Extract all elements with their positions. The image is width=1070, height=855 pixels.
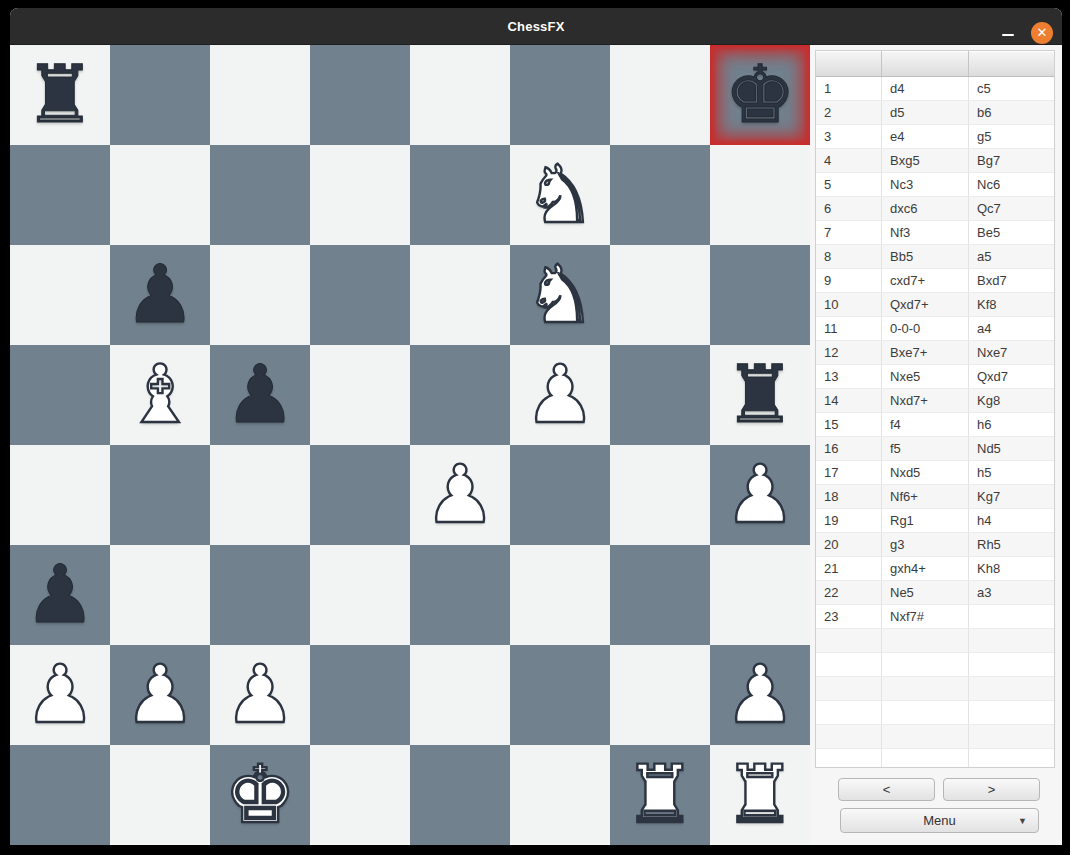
black-move[interactable]: Nc6 <box>969 173 1054 197</box>
move-row-8[interactable]: 8Bb5a5 <box>816 245 1054 269</box>
square-b8[interactable] <box>110 45 210 145</box>
move-number[interactable]: 19 <box>816 509 882 533</box>
square-d3[interactable] <box>310 545 410 645</box>
square-d4[interactable] <box>310 445 410 545</box>
square-c6[interactable] <box>210 245 310 345</box>
square-f6[interactable]: ♞ <box>510 245 610 345</box>
move-list-header <box>816 51 1054 77</box>
move-number <box>816 749 882 768</box>
square-h6[interactable] <box>710 245 810 345</box>
square-f4[interactable] <box>510 445 610 545</box>
move-list-body: 1d4c52d5b63e4g54Bxg5Bg75Nc3Nc66dxc6Qc77N… <box>816 77 1054 768</box>
square-c5[interactable]: ♟ <box>210 345 310 445</box>
move-number[interactable]: 23 <box>816 605 882 629</box>
black-move <box>969 629 1054 653</box>
move-row-empty-1 <box>816 629 1054 653</box>
next-move-button[interactable]: > <box>943 778 1040 801</box>
white-move[interactable]: d5 <box>882 101 969 125</box>
square-e7[interactable] <box>410 145 510 245</box>
header-move-number <box>816 51 882 76</box>
white-move[interactable]: Nxf7# <box>882 605 969 629</box>
black-move[interactable]: b6 <box>969 101 1054 125</box>
black-move <box>969 653 1054 677</box>
white-move[interactable]: Nxd5 <box>882 461 969 485</box>
move-row-empty-2 <box>816 653 1054 677</box>
move-number <box>816 725 882 749</box>
piece-black-a3[interactable]: ♟ <box>24 545 96 645</box>
piece-white-e4[interactable]: ♟ <box>424 445 496 545</box>
move-number[interactable]: 22 <box>816 581 882 605</box>
move-row-11[interactable]: 110-0-0a4 <box>816 317 1054 341</box>
move-row-4[interactable]: 4Bxg5Bg7 <box>816 149 1054 173</box>
move-number[interactable]: 17 <box>816 461 882 485</box>
white-move[interactable]: gxh4+ <box>882 557 969 581</box>
move-row-16[interactable]: 16f5Nd5 <box>816 437 1054 461</box>
close-icon: ✕ <box>1037 25 1048 40</box>
black-move[interactable]: c5 <box>969 77 1054 101</box>
white-move[interactable]: Bb5 <box>882 245 969 269</box>
white-move[interactable]: cxd7+ <box>882 269 969 293</box>
square-b4[interactable] <box>110 445 210 545</box>
move-row-17[interactable]: 17Nxd5h5 <box>816 461 1054 485</box>
move-row-20[interactable]: 20g3Rh5 <box>816 533 1054 557</box>
move-number[interactable]: 4 <box>816 149 882 173</box>
black-move[interactable]: Qxd7 <box>969 365 1054 389</box>
move-row-2[interactable]: 2d5b6 <box>816 101 1054 125</box>
square-a4[interactable] <box>10 445 110 545</box>
square-e2[interactable] <box>410 645 510 745</box>
header-black-move <box>969 51 1054 76</box>
close-button[interactable]: ✕ <box>1031 22 1053 44</box>
app-window: ChessFX ✕ ♜♚♞♟♞♝♟♟♜♟♟♟♟♟♟♟♚♜♜ 1d4c52d5b6… <box>10 8 1062 845</box>
white-move[interactable]: 0-0-0 <box>882 317 969 341</box>
square-h3[interactable] <box>710 545 810 645</box>
black-move[interactable]: Qc7 <box>969 197 1054 221</box>
square-a3[interactable]: ♟ <box>10 545 110 645</box>
piece-white-h1[interactable]: ♜ <box>724 745 796 845</box>
square-h1[interactable]: ♜ <box>710 745 810 845</box>
move-row-3[interactable]: 3e4g5 <box>816 125 1054 149</box>
square-g2[interactable] <box>610 645 710 745</box>
move-number[interactable]: 1 <box>816 77 882 101</box>
white-move[interactable]: f5 <box>882 437 969 461</box>
piece-white-b5[interactable]: ♝ <box>124 345 196 445</box>
white-move <box>882 701 969 725</box>
move-number[interactable]: 8 <box>816 245 882 269</box>
square-b6[interactable]: ♟ <box>110 245 210 345</box>
move-number[interactable]: 10 <box>816 293 882 317</box>
black-move[interactable]: Kh8 <box>969 557 1054 581</box>
black-move[interactable]: Bxd7 <box>969 269 1054 293</box>
white-move[interactable]: g3 <box>882 533 969 557</box>
square-f5[interactable]: ♟ <box>510 345 610 445</box>
white-move[interactable]: Nc3 <box>882 173 969 197</box>
chess-board: ♜♚♞♟♞♝♟♟♜♟♟♟♟♟♟♟♚♜♜ <box>10 45 810 845</box>
square-f8[interactable] <box>510 45 610 145</box>
square-e5[interactable] <box>410 345 510 445</box>
piece-white-h4[interactable]: ♟ <box>724 445 796 545</box>
window-title: ChessFX <box>10 8 1062 45</box>
title-bar[interactable]: ChessFX ✕ <box>10 8 1062 45</box>
white-move <box>882 749 969 768</box>
square-e3[interactable] <box>410 545 510 645</box>
black-move[interactable] <box>969 605 1054 629</box>
square-a1[interactable] <box>10 745 110 845</box>
black-move[interactable]: Nd5 <box>969 437 1054 461</box>
black-move[interactable]: Kg8 <box>969 389 1054 413</box>
piece-black-a8[interactable]: ♜ <box>24 45 96 145</box>
square-g3[interactable] <box>610 545 710 645</box>
square-b7[interactable] <box>110 145 210 245</box>
black-move[interactable]: h6 <box>969 413 1054 437</box>
move-number[interactable]: 12 <box>816 341 882 365</box>
white-move[interactable]: Ne5 <box>882 581 969 605</box>
square-g1[interactable]: ♜ <box>610 745 710 845</box>
square-e4[interactable]: ♟ <box>410 445 510 545</box>
square-b3[interactable] <box>110 545 210 645</box>
menu-button-label: Menu <box>923 813 956 828</box>
square-c8[interactable] <box>210 45 310 145</box>
white-move[interactable]: Bxg5 <box>882 149 969 173</box>
menu-button[interactable]: Menu ▼ <box>840 808 1039 833</box>
square-f3[interactable] <box>510 545 610 645</box>
previous-move-button[interactable]: < <box>838 778 935 801</box>
white-move[interactable]: Nf6+ <box>882 485 969 509</box>
move-number[interactable]: 21 <box>816 557 882 581</box>
black-move[interactable]: Kg7 <box>969 485 1054 509</box>
square-a7[interactable] <box>10 145 110 245</box>
move-number[interactable]: 11 <box>816 317 882 341</box>
square-c3[interactable] <box>210 545 310 645</box>
white-move[interactable]: Bxe7+ <box>882 341 969 365</box>
piece-black-h5[interactable]: ♜ <box>724 345 796 445</box>
square-h4[interactable]: ♟ <box>710 445 810 545</box>
white-move[interactable]: d4 <box>882 77 969 101</box>
move-number <box>816 677 882 701</box>
move-row-22[interactable]: 22Ne5a3 <box>816 581 1054 605</box>
square-h8[interactable]: ♚ <box>710 45 810 145</box>
square-d1[interactable] <box>310 745 410 845</box>
move-row-5[interactable]: 5Nc3Nc6 <box>816 173 1054 197</box>
black-move[interactable]: Bg7 <box>969 149 1054 173</box>
black-move[interactable]: Kf8 <box>969 293 1054 317</box>
move-number[interactable]: 15 <box>816 413 882 437</box>
white-move <box>882 629 969 653</box>
move-number[interactable]: 6 <box>816 197 882 221</box>
piece-white-f5[interactable]: ♟ <box>524 345 596 445</box>
move-number <box>816 701 882 725</box>
black-move <box>969 749 1054 768</box>
square-a5[interactable] <box>10 345 110 445</box>
black-move[interactable]: Rh5 <box>969 533 1054 557</box>
square-d6[interactable] <box>310 245 410 345</box>
move-list-table[interactable]: 1d4c52d5b63e4g54Bxg5Bg75Nc3Nc66dxc6Qc77N… <box>815 50 1055 768</box>
white-move[interactable]: Nxe5 <box>882 365 969 389</box>
move-row-10[interactable]: 10Qxd7+Kf8 <box>816 293 1054 317</box>
move-number[interactable]: 3 <box>816 125 882 149</box>
move-row-empty-5 <box>816 725 1054 749</box>
square-c4[interactable] <box>210 445 310 545</box>
header-white-move <box>882 51 969 76</box>
move-number[interactable]: 20 <box>816 533 882 557</box>
move-number <box>816 629 882 653</box>
black-move[interactable]: h5 <box>969 461 1054 485</box>
move-row-1[interactable]: 1d4c5 <box>816 77 1054 101</box>
piece-white-a2[interactable]: ♟ <box>24 645 96 745</box>
white-move <box>882 677 969 701</box>
move-number[interactable]: 2 <box>816 101 882 125</box>
piece-white-f7[interactable]: ♞ <box>524 145 596 245</box>
square-d2[interactable] <box>310 645 410 745</box>
square-d8[interactable] <box>310 45 410 145</box>
square-g7[interactable] <box>610 145 710 245</box>
square-d7[interactable] <box>310 145 410 245</box>
move-row-6[interactable]: 6dxc6Qc7 <box>816 197 1054 221</box>
white-move[interactable]: Nf3 <box>882 221 969 245</box>
white-move[interactable]: Rg1 <box>882 509 969 533</box>
black-move[interactable]: a5 <box>969 245 1054 269</box>
square-g5[interactable] <box>610 345 710 445</box>
move-row-7[interactable]: 7Nf3Be5 <box>816 221 1054 245</box>
white-move[interactable]: Qxd7+ <box>882 293 969 317</box>
move-row-21[interactable]: 21gxh4+Kh8 <box>816 557 1054 581</box>
black-move[interactable]: a3 <box>969 581 1054 605</box>
square-e1[interactable] <box>410 745 510 845</box>
square-a2[interactable]: ♟ <box>10 645 110 745</box>
square-h7[interactable] <box>710 145 810 245</box>
square-f1[interactable] <box>510 745 610 845</box>
square-h2[interactable]: ♟ <box>710 645 810 745</box>
move-number[interactable]: 18 <box>816 485 882 509</box>
move-number[interactable]: 13 <box>816 365 882 389</box>
move-row-19[interactable]: 19Rg1h4 <box>816 509 1054 533</box>
chevron-down-icon: ▼ <box>1018 809 1027 834</box>
square-f7[interactable]: ♞ <box>510 145 610 245</box>
black-move[interactable]: Be5 <box>969 221 1054 245</box>
black-move[interactable]: a4 <box>969 317 1054 341</box>
square-c7[interactable] <box>210 145 310 245</box>
piece-black-c5[interactable]: ♟ <box>224 345 296 445</box>
piece-white-b2[interactable]: ♟ <box>124 645 196 745</box>
move-row-empty-6 <box>816 749 1054 768</box>
side-panel: 1d4c52d5b63e4g54Bxg5Bg75Nc3Nc66dxc6Qc77N… <box>810 45 1062 845</box>
white-move[interactable]: Nxd7+ <box>882 389 969 413</box>
white-move[interactable]: f4 <box>882 413 969 437</box>
square-b2[interactable]: ♟ <box>110 645 210 745</box>
black-move <box>969 701 1054 725</box>
move-row-15[interactable]: 15f4h6 <box>816 413 1054 437</box>
move-number[interactable]: 14 <box>816 389 882 413</box>
square-f2[interactable] <box>510 645 610 745</box>
square-a6[interactable] <box>10 245 110 345</box>
move-row-12[interactable]: 12Bxe7+Nxe7 <box>816 341 1054 365</box>
move-number[interactable]: 9 <box>816 269 882 293</box>
minimize-button[interactable] <box>1002 26 1014 36</box>
piece-white-g1[interactable]: ♜ <box>624 745 696 845</box>
square-b5[interactable]: ♝ <box>110 345 210 445</box>
white-move <box>882 653 969 677</box>
piece-black-h8[interactable]: ♚ <box>724 45 796 145</box>
white-move[interactable]: dxc6 <box>882 197 969 221</box>
square-e8[interactable] <box>410 45 510 145</box>
move-row-23[interactable]: 23Nxf7# <box>816 605 1054 629</box>
piece-white-c1[interactable]: ♚ <box>224 745 296 845</box>
move-row-empty-4 <box>816 701 1054 725</box>
square-e6[interactable] <box>410 245 510 345</box>
square-g6[interactable] <box>610 245 710 345</box>
black-move[interactable]: g5 <box>969 125 1054 149</box>
move-row-empty-3 <box>816 677 1054 701</box>
square-c2[interactable]: ♟ <box>210 645 310 745</box>
move-number[interactable]: 7 <box>816 221 882 245</box>
square-b1[interactable] <box>110 745 210 845</box>
move-number <box>816 653 882 677</box>
square-h5[interactable]: ♜ <box>710 345 810 445</box>
move-row-9[interactable]: 9cxd7+Bxd7 <box>816 269 1054 293</box>
square-a8[interactable]: ♜ <box>10 45 110 145</box>
square-g4[interactable] <box>610 445 710 545</box>
black-move[interactable]: h4 <box>969 509 1054 533</box>
square-g8[interactable] <box>610 45 710 145</box>
square-d5[interactable] <box>310 345 410 445</box>
black-move <box>969 677 1054 701</box>
move-row-18[interactable]: 18Nf6+Kg7 <box>816 485 1054 509</box>
black-move[interactable]: Nxe7 <box>969 341 1054 365</box>
piece-white-c2[interactable]: ♟ <box>224 645 296 745</box>
move-number[interactable]: 16 <box>816 437 882 461</box>
white-move[interactable]: e4 <box>882 125 969 149</box>
square-c1[interactable]: ♚ <box>210 745 310 845</box>
move-row-14[interactable]: 14Nxd7+Kg8 <box>816 389 1054 413</box>
move-row-13[interactable]: 13Nxe5Qxd7 <box>816 365 1054 389</box>
piece-white-h2[interactable]: ♟ <box>724 645 796 745</box>
move-number[interactable]: 5 <box>816 173 882 197</box>
piece-white-f6[interactable]: ♞ <box>524 245 596 345</box>
piece-black-b6[interactable]: ♟ <box>124 245 196 345</box>
white-move <box>882 725 969 749</box>
black-move <box>969 725 1054 749</box>
